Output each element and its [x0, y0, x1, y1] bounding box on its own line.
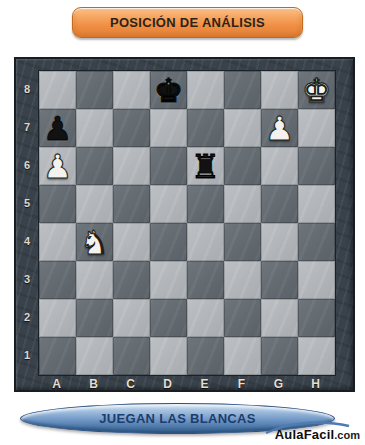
rank-label-8: 8	[16, 70, 38, 108]
square-b1[interactable]	[76, 337, 113, 375]
square-f1[interactable]	[224, 337, 261, 375]
square-a8[interactable]	[39, 71, 76, 109]
square-h7[interactable]	[298, 109, 335, 147]
square-c2[interactable]	[113, 299, 150, 337]
rank-label-7: 7	[16, 108, 38, 146]
square-a2[interactable]	[39, 299, 76, 337]
file-label-d: D	[149, 375, 186, 392]
square-e2[interactable]	[187, 299, 224, 337]
square-d3[interactable]	[150, 261, 187, 299]
rank-label-4: 4	[16, 222, 38, 260]
chess-analysis-panel: { "game": "chess", "position": { "fen": …	[0, 0, 365, 445]
square-f2[interactable]	[224, 299, 261, 337]
file-label-a: A	[38, 375, 75, 392]
square-a4[interactable]	[39, 223, 76, 261]
square-b8[interactable]	[76, 71, 113, 109]
square-a6[interactable]: ♟	[39, 147, 76, 185]
square-f7[interactable]	[224, 109, 261, 147]
rank-label-6: 6	[16, 146, 38, 184]
square-h3[interactable]	[298, 261, 335, 299]
square-c6[interactable]	[113, 147, 150, 185]
square-g4[interactable]	[261, 223, 298, 261]
square-c7[interactable]	[113, 109, 150, 147]
white-king[interactable]: ♚	[302, 74, 332, 107]
square-h4[interactable]	[298, 223, 335, 261]
square-d6[interactable]	[150, 147, 187, 185]
rank-label-5: 5	[16, 184, 38, 222]
square-e1[interactable]	[187, 337, 224, 375]
square-g7[interactable]: ♟	[261, 109, 298, 147]
square-f8[interactable]	[224, 71, 261, 109]
square-c3[interactable]	[113, 261, 150, 299]
square-h5[interactable]	[298, 185, 335, 223]
file-label-b: B	[75, 375, 112, 392]
square-h2[interactable]	[298, 299, 335, 337]
square-b2[interactable]	[76, 299, 113, 337]
square-h6[interactable]	[298, 147, 335, 185]
square-a7[interactable]: ♟	[39, 109, 76, 147]
square-d8[interactable]: ♚	[150, 71, 187, 109]
analysis-position-banner: POSICIÓN DE ANÁLISIS	[72, 7, 303, 38]
square-g3[interactable]	[261, 261, 298, 299]
black-pawn[interactable]: ♟	[43, 112, 73, 145]
square-c4[interactable]	[113, 223, 150, 261]
square-d4[interactable]	[150, 223, 187, 261]
side-to-move-label: JUEGAN LAS BLANCAS	[99, 411, 255, 426]
square-e3[interactable]	[187, 261, 224, 299]
square-d5[interactable]	[150, 185, 187, 223]
rank-labels: 87654321	[16, 70, 38, 374]
square-b7[interactable]	[76, 109, 113, 147]
square-b5[interactable]	[76, 185, 113, 223]
aulafacil-watermark: AulaFacil .com	[275, 427, 360, 443]
square-g8[interactable]	[261, 71, 298, 109]
board-squares: ♚♚♟♟♟♜♞	[38, 70, 336, 376]
square-e6[interactable]: ♜	[187, 147, 224, 185]
square-g1[interactable]	[261, 337, 298, 375]
square-d2[interactable]	[150, 299, 187, 337]
black-rook[interactable]: ♜	[191, 150, 221, 183]
rank-label-2: 2	[16, 298, 38, 336]
analysis-position-label: POSICIÓN DE ANÁLISIS	[110, 15, 265, 30]
square-g6[interactable]	[261, 147, 298, 185]
square-d1[interactable]	[150, 337, 187, 375]
file-label-h: H	[297, 375, 334, 392]
rank-label-1: 1	[16, 336, 38, 374]
file-label-c: C	[112, 375, 149, 392]
white-knight[interactable]: ♞	[80, 226, 110, 259]
chess-board: 87654321 ♚♚♟♟♟♜♞ ABCDEFGH	[14, 57, 355, 392]
square-b6[interactable]	[76, 147, 113, 185]
square-e8[interactable]	[187, 71, 224, 109]
square-h1[interactable]	[298, 337, 335, 375]
square-e5[interactable]	[187, 185, 224, 223]
square-f5[interactable]	[224, 185, 261, 223]
square-h8[interactable]: ♚	[298, 71, 335, 109]
square-e7[interactable]	[187, 109, 224, 147]
square-a5[interactable]	[39, 185, 76, 223]
watermark-swoosh-icon	[265, 420, 351, 436]
square-b3[interactable]	[76, 261, 113, 299]
square-d7[interactable]	[150, 109, 187, 147]
file-label-g: G	[260, 375, 297, 392]
rank-label-3: 3	[16, 260, 38, 298]
file-label-e: E	[186, 375, 223, 392]
square-g2[interactable]	[261, 299, 298, 337]
square-b4[interactable]: ♞	[76, 223, 113, 261]
square-c8[interactable]	[113, 71, 150, 109]
white-pawn[interactable]: ♟	[265, 112, 295, 145]
square-c5[interactable]	[113, 185, 150, 223]
square-f6[interactable]	[224, 147, 261, 185]
file-label-f: F	[223, 375, 260, 392]
square-g5[interactable]	[261, 185, 298, 223]
square-e4[interactable]	[187, 223, 224, 261]
white-pawn[interactable]: ♟	[43, 150, 73, 183]
file-labels: ABCDEFGH	[38, 375, 334, 392]
square-a1[interactable]	[39, 337, 76, 375]
square-f3[interactable]	[224, 261, 261, 299]
black-king[interactable]: ♚	[154, 74, 184, 107]
square-c1[interactable]	[113, 337, 150, 375]
square-a3[interactable]	[39, 261, 76, 299]
square-f4[interactable]	[224, 223, 261, 261]
